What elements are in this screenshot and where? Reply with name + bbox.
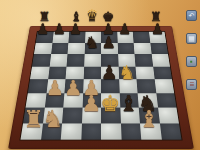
square-g8[interactable] — [133, 32, 150, 43]
square-h5[interactable] — [153, 66, 172, 79]
piece-black-pawn-f7[interactable]: ♟ — [117, 22, 132, 37]
square-g7[interactable] — [134, 43, 152, 55]
square-e1[interactable] — [101, 123, 121, 140]
piece-black-pawn-a7[interactable]: ♟ — [36, 22, 51, 37]
piece-white-knight-f4[interactable]: ♞ — [118, 63, 137, 82]
piece-black-pawn-e6[interactable]: ♟ — [101, 35, 117, 51]
menu-icon: ≡ — [190, 81, 194, 89]
square-c2[interactable] — [62, 108, 82, 124]
square-b7[interactable] — [51, 43, 69, 55]
view-icon: ▦ — [188, 35, 195, 42]
square-d6[interactable] — [84, 54, 101, 66]
square-a7[interactable] — [34, 43, 52, 55]
piece-white-bishop-g1[interactable]: ♝ — [137, 108, 161, 132]
piece-black-queen-d8[interactable]: ♛ — [86, 10, 99, 23]
square-f7[interactable] — [117, 43, 134, 55]
new-game-button[interactable]: ▪ — [186, 56, 197, 67]
piece-black-pawn-e4[interactable]: ♟ — [100, 63, 119, 82]
square-h6[interactable] — [151, 54, 170, 66]
view-button[interactable]: ▦ — [186, 33, 197, 44]
piece-black-pawn-h7[interactable]: ♟ — [150, 22, 165, 37]
square-g5[interactable] — [135, 66, 154, 79]
square-h7[interactable] — [150, 43, 168, 55]
menu-button[interactable]: ≡ — [186, 79, 197, 90]
square-h1[interactable] — [159, 123, 181, 140]
square-c7[interactable] — [67, 43, 84, 55]
new-game-icon: ▪ — [190, 58, 193, 66]
game-screen: ♜♝♛♚♜♟♟♟♟♟♟♞♟♟♞♟♟♟♟♚♝♞♜♞♝ ↶ ▦ ▪ ≡ — [0, 0, 200, 150]
square-d1[interactable] — [81, 123, 101, 140]
square-g6[interactable] — [135, 54, 153, 66]
piece-black-pawn-c7[interactable]: ♟ — [68, 22, 83, 37]
square-a6[interactable] — [32, 54, 51, 66]
square-b6[interactable] — [49, 54, 67, 66]
piece-black-knight-d6[interactable]: ♞ — [84, 35, 100, 51]
piece-white-knight-b1[interactable]: ♞ — [41, 108, 65, 132]
undo-button[interactable]: ↶ — [186, 10, 197, 21]
square-c6[interactable] — [67, 54, 85, 66]
undo-icon: ↶ — [189, 12, 195, 19]
piece-black-pawn-b7[interactable]: ♟ — [52, 22, 67, 37]
